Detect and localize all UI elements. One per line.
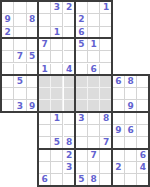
- cell-r10c11-empty[interactable]: [125, 113, 137, 125]
- cell-r2c1-given[interactable]: 9: [2, 14, 14, 26]
- cell-r7c2-given[interactable]: 5: [14, 76, 26, 88]
- cell-r5c8-empty[interactable]: [88, 51, 100, 63]
- cell-r4c8-given[interactable]: 1: [88, 39, 100, 51]
- cell-r4c4-given[interactable]: 7: [39, 39, 51, 51]
- cell-r11c5-empty[interactable]: [51, 125, 63, 137]
- thick-grid-line-vertical: [0, 0, 2, 113]
- cell-r5c1-empty[interactable]: [2, 51, 14, 63]
- cell-r13c4-empty[interactable]: [39, 150, 51, 162]
- cell-r8c7-empty[interactable]: [76, 88, 88, 100]
- cell-r5c4-empty[interactable]: [39, 51, 51, 63]
- cell-r5c2-given[interactable]: 7: [14, 51, 26, 63]
- cell-r10c10-empty[interactable]: [113, 113, 125, 125]
- cell-r7c10-given[interactable]: 6: [113, 76, 125, 88]
- cell-r7c11-given[interactable]: 8: [125, 76, 137, 88]
- thick-grid-line-horizontal: [0, 0, 113, 2]
- cell-r4c7-given[interactable]: 5: [76, 39, 88, 51]
- cell-r14c11-empty[interactable]: [125, 162, 137, 174]
- cell-r13c11-empty[interactable]: [125, 150, 137, 162]
- cell-r14c10-given[interactable]: 2: [113, 162, 125, 174]
- thick-grid-line-horizontal: [37, 185, 150, 187]
- cell-r8c5-empty[interactable]: [51, 88, 63, 100]
- cell-r2c7-given[interactable]: 2: [76, 14, 88, 26]
- twin-sudoku-board: 3219822167517514656839913896587276324658: [0, 0, 150, 187]
- cell-r5c7-empty[interactable]: [76, 51, 88, 63]
- cell-r8c2-empty[interactable]: [14, 88, 26, 100]
- cell-r7c7-empty[interactable]: [76, 76, 88, 88]
- cell-r8c8-empty[interactable]: [88, 88, 100, 100]
- cell-r7c5-empty[interactable]: [51, 76, 63, 88]
- cell-r2c4-empty[interactable]: [39, 14, 51, 26]
- cell-r1c8-empty[interactable]: [88, 2, 100, 14]
- cell-r13c7-empty[interactable]: [76, 150, 88, 162]
- cell-r4c2-empty[interactable]: [14, 39, 26, 51]
- cell-r8c11-empty[interactable]: [125, 88, 137, 100]
- cell-r11c10-given[interactable]: 9: [113, 125, 125, 137]
- cell-r14c5-empty[interactable]: [51, 162, 63, 174]
- cell-r14c7-empty[interactable]: [76, 162, 88, 174]
- thick-grid-line-vertical: [74, 0, 76, 187]
- cell-r1c7-empty[interactable]: [76, 2, 88, 14]
- cell-r13c8-given[interactable]: 7: [88, 150, 100, 162]
- cell-r8c4-empty[interactable]: [39, 88, 51, 100]
- cell-r13c5-empty[interactable]: [51, 150, 63, 162]
- cell-r10c5-given[interactable]: 1: [51, 113, 63, 125]
- thick-grid-line-horizontal: [0, 37, 113, 39]
- cell-r1c2-empty[interactable]: [14, 2, 26, 14]
- cell-r5c5-empty[interactable]: [51, 51, 63, 63]
- cell-r11c4-empty[interactable]: [39, 125, 51, 137]
- cell-r1c4-empty[interactable]: [39, 2, 51, 14]
- thick-grid-line-horizontal: [0, 111, 150, 113]
- cell-r4c5-empty[interactable]: [51, 39, 63, 51]
- thick-grid-line-vertical: [111, 0, 113, 187]
- cell-r2c5-empty[interactable]: [51, 14, 63, 26]
- cell-r13c10-empty[interactable]: [113, 150, 125, 162]
- cell-r10c7-given[interactable]: 3: [76, 113, 88, 125]
- cell-r11c11-given[interactable]: 6: [125, 125, 137, 137]
- cell-r4c1-empty[interactable]: [2, 39, 14, 51]
- cell-r14c4-empty[interactable]: [39, 162, 51, 174]
- cell-r8c10-empty[interactable]: [113, 88, 125, 100]
- thick-grid-line-horizontal: [0, 74, 150, 76]
- cell-r1c5-given[interactable]: 3: [51, 2, 63, 14]
- cell-r7c4-empty[interactable]: [39, 76, 51, 88]
- thick-grid-line-vertical: [37, 0, 39, 187]
- cell-r1c1-empty[interactable]: [2, 2, 14, 14]
- cell-r7c1-empty[interactable]: [2, 76, 14, 88]
- cell-r10c8-empty[interactable]: [88, 113, 100, 125]
- cell-r2c8-empty[interactable]: [88, 14, 100, 26]
- cell-r11c7-empty[interactable]: [76, 125, 88, 137]
- cell-r2c2-empty[interactable]: [14, 14, 26, 26]
- cell-r11c8-empty[interactable]: [88, 125, 100, 137]
- thick-grid-line-horizontal: [37, 148, 150, 150]
- cell-r8c1-empty[interactable]: [2, 88, 14, 100]
- cell-r10c4-empty[interactable]: [39, 113, 51, 125]
- cell-r14c8-empty[interactable]: [88, 162, 100, 174]
- thick-grid-line-vertical: [148, 74, 150, 187]
- cell-r7c8-empty[interactable]: [88, 76, 100, 88]
